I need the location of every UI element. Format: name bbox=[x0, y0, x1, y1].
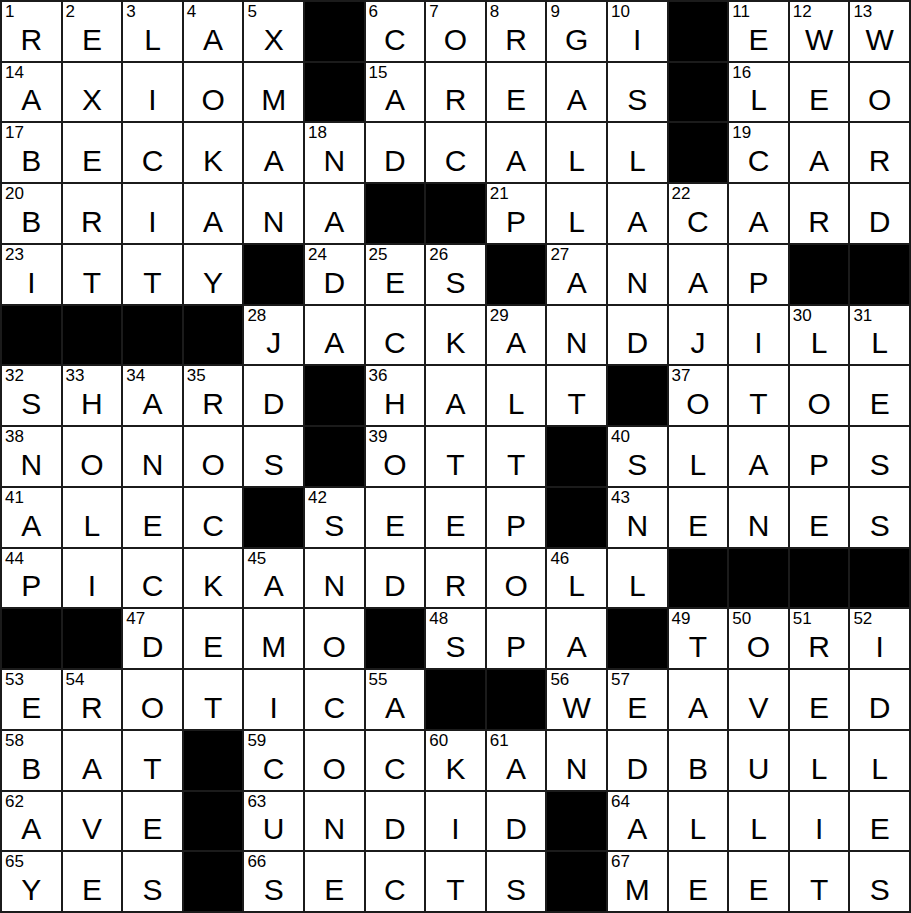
letter-cell-r11c3[interactable]: 47D bbox=[123, 609, 182, 668]
letter-cell-r13c9[interactable]: 61A bbox=[487, 731, 546, 790]
letter-cell-r12c7[interactable]: 55A bbox=[366, 670, 425, 729]
letter-cell-r14c6[interactable]: N bbox=[305, 792, 364, 851]
letter-cell-r3c2[interactable]: E bbox=[63, 123, 122, 182]
letter-cell-r7c2[interactable]: 33H bbox=[63, 366, 122, 425]
letter-cell-r3c13[interactable]: 19C bbox=[729, 123, 788, 182]
letter-cell-r2c13[interactable]: 16L bbox=[729, 63, 788, 122]
letter-cell-r13c2[interactable]: A bbox=[63, 731, 122, 790]
letter-cell-r13c6[interactable]: O bbox=[305, 731, 364, 790]
letter-cell-r2c1[interactable]: 14A bbox=[2, 63, 61, 122]
cell-letter: R bbox=[487, 25, 546, 55]
cell-letter: C bbox=[123, 571, 182, 601]
cell-letter: I bbox=[608, 25, 667, 55]
letter-cell-r4c4[interactable]: A bbox=[184, 184, 243, 243]
letter-cell-r1c2[interactable]: 2E bbox=[63, 2, 122, 61]
letter-cell-r3c11[interactable]: L bbox=[608, 123, 667, 182]
letter-cell-r4c13[interactable]: A bbox=[729, 184, 788, 243]
letter-cell-r6c6[interactable]: A bbox=[305, 306, 364, 365]
letter-cell-r5c12[interactable]: A bbox=[669, 245, 728, 304]
letter-cell-r3c4[interactable]: K bbox=[184, 123, 243, 182]
letter-cell-r4c14[interactable]: R bbox=[790, 184, 849, 243]
clue-number: 61 bbox=[490, 731, 509, 750]
letter-cell-r10c10[interactable]: 46L bbox=[547, 549, 606, 608]
letter-cell-r4c3[interactable]: I bbox=[123, 184, 182, 243]
letter-cell-r12c1[interactable]: 53E bbox=[2, 670, 61, 729]
letter-cell-r4c5[interactable]: N bbox=[244, 184, 303, 243]
cell-letter: A bbox=[123, 389, 182, 419]
cell-letter: H bbox=[63, 389, 122, 419]
cell-letter: O bbox=[729, 632, 788, 662]
black-cell-r7c6 bbox=[305, 366, 364, 425]
letter-cell-r15c2[interactable]: E bbox=[63, 852, 122, 911]
cell-letter: N bbox=[547, 754, 606, 784]
clue-number: 40 bbox=[611, 427, 630, 446]
letter-cell-r14c2[interactable]: V bbox=[63, 792, 122, 851]
clue-number: 49 bbox=[672, 609, 691, 628]
clue-number: 48 bbox=[429, 609, 448, 628]
letter-cell-r9c12[interactable]: E bbox=[669, 488, 728, 547]
cell-letter: B bbox=[2, 146, 61, 176]
letter-cell-r1c7[interactable]: 6C bbox=[366, 2, 425, 61]
cell-letter: T bbox=[547, 389, 606, 419]
letter-cell-r7c15[interactable]: E bbox=[850, 366, 909, 425]
letter-cell-r6c10[interactable]: N bbox=[547, 306, 606, 365]
letter-cell-r13c13[interactable]: U bbox=[729, 731, 788, 790]
cell-letter: E bbox=[184, 632, 243, 662]
letter-cell-r7c13[interactable]: T bbox=[729, 366, 788, 425]
cell-letter: E bbox=[850, 814, 909, 844]
letter-cell-r2c3[interactable]: I bbox=[123, 63, 182, 122]
cell-letter: A bbox=[184, 207, 243, 237]
letter-cell-r7c1[interactable]: 32S bbox=[2, 366, 61, 425]
clue-number: 3 bbox=[126, 2, 135, 21]
letter-cell-r2c11[interactable]: S bbox=[608, 63, 667, 122]
letter-cell-r1c15[interactable]: 13W bbox=[850, 2, 909, 61]
clue-number: 2 bbox=[66, 2, 75, 21]
cell-letter: A bbox=[305, 328, 364, 358]
letter-cell-r3c10[interactable]: L bbox=[547, 123, 606, 182]
letter-cell-r11c14[interactable]: 51R bbox=[790, 609, 849, 668]
black-cell-r10c12 bbox=[669, 549, 728, 608]
letter-cell-r6c9[interactable]: 29A bbox=[487, 306, 546, 365]
letter-cell-r12c10[interactable]: 56W bbox=[547, 670, 606, 729]
letter-cell-r15c11[interactable]: 67M bbox=[608, 852, 667, 911]
letter-cell-r14c15[interactable]: E bbox=[850, 792, 909, 851]
letter-cell-r7c12[interactable]: 37O bbox=[669, 366, 728, 425]
black-cell-r9c10 bbox=[547, 488, 606, 547]
letter-cell-r1c3[interactable]: 3L bbox=[123, 2, 182, 61]
letter-cell-r2c4[interactable]: O bbox=[184, 63, 243, 122]
letter-cell-r3c15[interactable]: R bbox=[850, 123, 909, 182]
letter-cell-r14c9[interactable]: D bbox=[487, 792, 546, 851]
letter-cell-r2c8[interactable]: R bbox=[426, 63, 485, 122]
letter-cell-r13c8[interactable]: 60K bbox=[426, 731, 485, 790]
letter-cell-r9c9[interactable]: P bbox=[487, 488, 546, 547]
letter-cell-r7c3[interactable]: 34A bbox=[123, 366, 182, 425]
black-cell-r6c4 bbox=[184, 306, 243, 365]
cell-letter: E bbox=[790, 511, 849, 541]
letter-cell-r5c3[interactable]: T bbox=[123, 245, 182, 304]
letter-cell-r5c10[interactable]: 27A bbox=[547, 245, 606, 304]
letter-cell-r8c3[interactable]: N bbox=[123, 427, 182, 486]
letter-cell-r2c5[interactable]: M bbox=[244, 63, 303, 122]
cell-letter: R bbox=[184, 389, 243, 419]
cell-letter: E bbox=[63, 25, 122, 55]
letter-cell-r2c7[interactable]: 15A bbox=[366, 63, 425, 122]
letter-cell-r1c1[interactable]: 1R bbox=[2, 2, 61, 61]
letter-cell-r14c12[interactable]: L bbox=[669, 792, 728, 851]
letter-cell-r13c7[interactable]: C bbox=[366, 731, 425, 790]
letter-cell-r10c11[interactable]: L bbox=[608, 549, 667, 608]
cell-letter: A bbox=[2, 814, 61, 844]
clue-number: 65 bbox=[5, 852, 24, 871]
letter-cell-r10c1[interactable]: 44P bbox=[2, 549, 61, 608]
cell-letter: D bbox=[608, 328, 667, 358]
clue-number: 24 bbox=[308, 245, 327, 264]
letter-cell-r8c13[interactable]: A bbox=[729, 427, 788, 486]
letter-cell-r6c15[interactable]: 31L bbox=[850, 306, 909, 365]
letter-cell-r6c14[interactable]: 30L bbox=[790, 306, 849, 365]
letter-cell-r11c5[interactable]: M bbox=[244, 609, 303, 668]
letter-cell-r9c13[interactable]: N bbox=[729, 488, 788, 547]
letter-cell-r1c14[interactable]: 12W bbox=[790, 2, 849, 61]
letter-cell-r2c10[interactable]: A bbox=[547, 63, 606, 122]
letter-cell-r11c9[interactable]: P bbox=[487, 609, 546, 668]
cell-letter: A bbox=[487, 328, 546, 358]
black-cell-r4c8 bbox=[426, 184, 485, 243]
letter-cell-r14c11[interactable]: 64A bbox=[608, 792, 667, 851]
letter-cell-r7c10[interactable]: T bbox=[547, 366, 606, 425]
letter-cell-r2c15[interactable]: O bbox=[850, 63, 909, 122]
letter-cell-r1c13[interactable]: 11E bbox=[729, 2, 788, 61]
cell-letter: A bbox=[669, 693, 728, 723]
cell-letter: I bbox=[729, 328, 788, 358]
cell-letter: P bbox=[729, 268, 788, 298]
letter-cell-r14c8[interactable]: I bbox=[426, 792, 485, 851]
black-cell-r10c13 bbox=[729, 549, 788, 608]
letter-cell-r13c12[interactable]: B bbox=[669, 731, 728, 790]
letter-cell-r5c13[interactable]: P bbox=[729, 245, 788, 304]
letter-cell-r12c4[interactable]: T bbox=[184, 670, 243, 729]
cell-letter: M bbox=[608, 875, 667, 905]
clue-number: 31 bbox=[853, 306, 872, 325]
letter-cell-r1c10[interactable]: 9G bbox=[547, 2, 606, 61]
letter-cell-r5c4[interactable]: Y bbox=[184, 245, 243, 304]
cell-letter: C bbox=[729, 146, 788, 176]
cell-letter: A bbox=[426, 389, 485, 419]
letter-cell-r4c9[interactable]: 21P bbox=[487, 184, 546, 243]
letter-cell-r7c7[interactable]: 36H bbox=[366, 366, 425, 425]
letter-cell-r9c7[interactable]: E bbox=[366, 488, 425, 547]
cell-letter: A bbox=[790, 146, 849, 176]
clue-number: 14 bbox=[5, 63, 24, 82]
letter-cell-r14c14[interactable]: I bbox=[790, 792, 849, 851]
letter-cell-r1c11[interactable]: 10I bbox=[608, 2, 667, 61]
letter-cell-r15c3[interactable]: S bbox=[123, 852, 182, 911]
black-cell-r11c7 bbox=[366, 609, 425, 668]
letter-cell-r8c9[interactable]: T bbox=[487, 427, 546, 486]
clue-number: 27 bbox=[550, 245, 569, 264]
letter-cell-r1c8[interactable]: 7O bbox=[426, 2, 485, 61]
letter-cell-r12c12[interactable]: A bbox=[669, 670, 728, 729]
letter-cell-r9c14[interactable]: E bbox=[790, 488, 849, 547]
letter-cell-r4c12[interactable]: 22C bbox=[669, 184, 728, 243]
letter-cell-r14c5[interactable]: 63U bbox=[244, 792, 303, 851]
letter-cell-r15c5[interactable]: 66S bbox=[244, 852, 303, 911]
cell-letter: D bbox=[244, 389, 303, 419]
cell-letter: L bbox=[669, 814, 728, 844]
cell-letter: E bbox=[850, 389, 909, 419]
letter-cell-r3c9[interactable]: A bbox=[487, 123, 546, 182]
letter-cell-r11c8[interactable]: 48S bbox=[426, 609, 485, 668]
clue-number: 46 bbox=[550, 549, 569, 568]
clue-number: 16 bbox=[732, 63, 751, 82]
clue-number: 18 bbox=[308, 123, 327, 142]
letter-cell-r9c3[interactable]: E bbox=[123, 488, 182, 547]
letter-cell-r9c4[interactable]: C bbox=[184, 488, 243, 547]
cell-letter: K bbox=[184, 571, 243, 601]
letter-cell-r12c14[interactable]: E bbox=[790, 670, 849, 729]
letter-cell-r9c1[interactable]: 41A bbox=[2, 488, 61, 547]
letter-cell-r3c8[interactable]: C bbox=[426, 123, 485, 182]
letter-cell-r15c9[interactable]: S bbox=[487, 852, 546, 911]
cell-letter: E bbox=[669, 511, 728, 541]
cell-letter: N bbox=[729, 511, 788, 541]
letter-cell-r4c10[interactable]: L bbox=[547, 184, 606, 243]
letter-cell-r8c7[interactable]: 39O bbox=[366, 427, 425, 486]
cell-letter: A bbox=[63, 754, 122, 784]
black-cell-r15c10 bbox=[547, 852, 606, 911]
letter-cell-r9c6[interactable]: 42S bbox=[305, 488, 364, 547]
cell-letter: L bbox=[850, 328, 909, 358]
letter-cell-r6c8[interactable]: K bbox=[426, 306, 485, 365]
clue-number: 45 bbox=[247, 549, 266, 568]
letter-cell-r5c6[interactable]: 24D bbox=[305, 245, 364, 304]
letter-cell-r15c15[interactable]: S bbox=[850, 852, 909, 911]
letter-cell-r4c11[interactable]: A bbox=[608, 184, 667, 243]
letter-cell-r5c1[interactable]: 23I bbox=[2, 245, 61, 304]
letter-cell-r8c4[interactable]: O bbox=[184, 427, 243, 486]
letter-cell-r3c3[interactable]: C bbox=[123, 123, 182, 182]
clue-number: 39 bbox=[369, 427, 388, 446]
letter-cell-r1c9[interactable]: 8R bbox=[487, 2, 546, 61]
letter-cell-r12c2[interactable]: 54R bbox=[63, 670, 122, 729]
letter-cell-r12c5[interactable]: I bbox=[244, 670, 303, 729]
clue-number: 1 bbox=[5, 2, 14, 21]
letter-cell-r8c12[interactable]: L bbox=[669, 427, 728, 486]
letter-cell-r13c3[interactable]: T bbox=[123, 731, 182, 790]
letter-cell-r8c11[interactable]: 40S bbox=[608, 427, 667, 486]
cell-letter: X bbox=[244, 25, 303, 55]
clue-number: 5 bbox=[247, 2, 256, 21]
cell-letter: V bbox=[729, 693, 788, 723]
clue-number: 38 bbox=[5, 427, 24, 446]
cell-letter: T bbox=[123, 754, 182, 784]
letter-cell-r7c4[interactable]: 35R bbox=[184, 366, 243, 425]
cell-letter: W bbox=[790, 25, 849, 55]
letter-cell-r13c5[interactable]: 59C bbox=[244, 731, 303, 790]
letter-cell-r7c14[interactable]: O bbox=[790, 366, 849, 425]
clue-number: 11 bbox=[732, 2, 750, 21]
cell-letter: D bbox=[305, 268, 364, 298]
letter-cell-r15c1[interactable]: 65Y bbox=[2, 852, 61, 911]
letter-cell-r10c8[interactable]: R bbox=[426, 549, 485, 608]
letter-cell-r11c15[interactable]: 52I bbox=[850, 609, 909, 668]
cell-letter: R bbox=[850, 146, 909, 176]
letter-cell-r12c6[interactable]: C bbox=[305, 670, 364, 729]
letter-cell-r15c8[interactable]: T bbox=[426, 852, 485, 911]
letter-cell-r14c1[interactable]: 62A bbox=[2, 792, 61, 851]
letter-cell-r15c6[interactable]: E bbox=[305, 852, 364, 911]
letter-cell-r8c14[interactable]: P bbox=[790, 427, 849, 486]
cell-letter: L bbox=[123, 25, 182, 55]
letter-cell-r8c2[interactable]: O bbox=[63, 427, 122, 486]
letter-cell-r9c11[interactable]: 43N bbox=[608, 488, 667, 547]
cell-letter: K bbox=[426, 328, 485, 358]
clue-number: 42 bbox=[308, 488, 327, 507]
cell-letter: A bbox=[487, 146, 546, 176]
letter-cell-r8c15[interactable]: S bbox=[850, 427, 909, 486]
letter-cell-r12c11[interactable]: 57E bbox=[608, 670, 667, 729]
letter-cell-r6c11[interactable]: D bbox=[608, 306, 667, 365]
letter-cell-r3c14[interactable]: A bbox=[790, 123, 849, 182]
letter-cell-r10c6[interactable]: N bbox=[305, 549, 364, 608]
letter-cell-r1c4[interactable]: 4A bbox=[184, 2, 243, 61]
letter-cell-r13c10[interactable]: N bbox=[547, 731, 606, 790]
letter-cell-r5c7[interactable]: 25E bbox=[366, 245, 425, 304]
letter-cell-r11c12[interactable]: 49T bbox=[669, 609, 728, 668]
letter-cell-r3c5[interactable]: A bbox=[244, 123, 303, 182]
letter-cell-r3c1[interactable]: 17B bbox=[2, 123, 61, 182]
letter-cell-r10c4[interactable]: K bbox=[184, 549, 243, 608]
letter-cell-r10c2[interactable]: I bbox=[63, 549, 122, 608]
cell-letter: L bbox=[729, 85, 788, 115]
clue-number: 21 bbox=[490, 184, 509, 203]
letter-cell-r2c2[interactable]: X bbox=[63, 63, 122, 122]
letter-cell-r12c3[interactable]: O bbox=[123, 670, 182, 729]
black-cell-r6c3 bbox=[123, 306, 182, 365]
cell-letter: O bbox=[305, 754, 364, 784]
letter-cell-r12c15[interactable]: D bbox=[850, 670, 909, 729]
letter-cell-r7c8[interactable]: A bbox=[426, 366, 485, 425]
letter-cell-r5c11[interactable]: N bbox=[608, 245, 667, 304]
letter-cell-r4c6[interactable]: A bbox=[305, 184, 364, 243]
letter-cell-r14c7[interactable]: D bbox=[366, 792, 425, 851]
cell-letter: C bbox=[123, 146, 182, 176]
cell-letter: L bbox=[487, 389, 546, 419]
cell-letter: E bbox=[426, 511, 485, 541]
letter-cell-r7c9[interactable]: L bbox=[487, 366, 546, 425]
cell-letter: E bbox=[669, 875, 728, 905]
letter-cell-r9c8[interactable]: E bbox=[426, 488, 485, 547]
letter-cell-r15c7[interactable]: C bbox=[366, 852, 425, 911]
cell-letter: E bbox=[487, 85, 546, 115]
cell-letter: C bbox=[669, 207, 728, 237]
cell-letter: E bbox=[729, 25, 788, 55]
clue-number: 62 bbox=[5, 792, 24, 811]
clue-number: 35 bbox=[187, 366, 206, 385]
letter-cell-r11c10[interactable]: A bbox=[547, 609, 606, 668]
letter-cell-r10c3[interactable]: C bbox=[123, 549, 182, 608]
cell-letter: S bbox=[608, 85, 667, 115]
letter-cell-r4c2[interactable]: R bbox=[63, 184, 122, 243]
clue-number: 36 bbox=[369, 366, 388, 385]
clue-number: 23 bbox=[5, 245, 24, 264]
letter-cell-r5c8[interactable]: 26S bbox=[426, 245, 485, 304]
black-cell-r8c10 bbox=[547, 427, 606, 486]
letter-cell-r14c3[interactable]: E bbox=[123, 792, 182, 851]
letter-cell-r6c13[interactable]: I bbox=[729, 306, 788, 365]
letter-cell-r11c6[interactable]: O bbox=[305, 609, 364, 668]
clue-number: 51 bbox=[793, 609, 812, 628]
letter-cell-r2c14[interactable]: E bbox=[790, 63, 849, 122]
cell-letter: O bbox=[305, 632, 364, 662]
cell-letter: L bbox=[669, 450, 728, 480]
letter-cell-r6c5[interactable]: 28J bbox=[244, 306, 303, 365]
letter-cell-r15c13[interactable]: E bbox=[729, 852, 788, 911]
cell-letter: E bbox=[63, 146, 122, 176]
cell-letter: E bbox=[729, 875, 788, 905]
cell-letter: E bbox=[123, 814, 182, 844]
clue-number: 53 bbox=[5, 670, 24, 689]
letter-cell-r5c2[interactable]: T bbox=[63, 245, 122, 304]
letter-cell-r10c5[interactable]: 45A bbox=[244, 549, 303, 608]
letter-cell-r6c7[interactable]: C bbox=[366, 306, 425, 365]
cell-letter: O bbox=[123, 693, 182, 723]
letter-cell-r3c7[interactable]: D bbox=[366, 123, 425, 182]
letter-cell-r8c1[interactable]: 38N bbox=[2, 427, 61, 486]
cell-letter: L bbox=[790, 328, 849, 358]
clue-number: 4 bbox=[187, 2, 196, 21]
cell-letter: B bbox=[2, 754, 61, 784]
letter-cell-r15c12[interactable]: E bbox=[669, 852, 728, 911]
letter-cell-r14c13[interactable]: L bbox=[729, 792, 788, 851]
letter-cell-r6c12[interactable]: J bbox=[669, 306, 728, 365]
letter-cell-r9c2[interactable]: L bbox=[63, 488, 122, 547]
letter-cell-r12c13[interactable]: V bbox=[729, 670, 788, 729]
letter-cell-r13c1[interactable]: 58B bbox=[2, 731, 61, 790]
letter-cell-r9c15[interactable]: S bbox=[850, 488, 909, 547]
cell-letter: A bbox=[2, 511, 61, 541]
letter-cell-r10c7[interactable]: D bbox=[366, 549, 425, 608]
letter-cell-r10c9[interactable]: O bbox=[487, 549, 546, 608]
letter-cell-r7c5[interactable]: D bbox=[244, 366, 303, 425]
letter-cell-r8c8[interactable]: T bbox=[426, 427, 485, 486]
cell-letter: D bbox=[850, 693, 909, 723]
cell-letter: S bbox=[244, 875, 303, 905]
letter-cell-r15c14[interactable]: T bbox=[790, 852, 849, 911]
cell-letter: O bbox=[669, 389, 728, 419]
cell-letter: I bbox=[123, 207, 182, 237]
cell-letter: C bbox=[426, 146, 485, 176]
letter-cell-r13c15[interactable]: L bbox=[850, 731, 909, 790]
letter-cell-r1c5[interactable]: 5X bbox=[244, 2, 303, 61]
letter-cell-r8c5[interactable]: S bbox=[244, 427, 303, 486]
cell-letter: I bbox=[2, 268, 61, 298]
cell-letter: D bbox=[487, 814, 546, 844]
letter-cell-r2c9[interactable]: E bbox=[487, 63, 546, 122]
letter-cell-r13c11[interactable]: D bbox=[608, 731, 667, 790]
letter-cell-r4c1[interactable]: 20B bbox=[2, 184, 61, 243]
letter-cell-r13c14[interactable]: L bbox=[790, 731, 849, 790]
cell-letter: T bbox=[184, 693, 243, 723]
letter-cell-r3c6[interactable]: 18N bbox=[305, 123, 364, 182]
clue-number: 58 bbox=[5, 731, 24, 750]
letter-cell-r11c4[interactable]: E bbox=[184, 609, 243, 668]
letter-cell-r4c15[interactable]: D bbox=[850, 184, 909, 243]
letter-cell-r11c13[interactable]: 50O bbox=[729, 609, 788, 668]
cell-letter: E bbox=[366, 268, 425, 298]
